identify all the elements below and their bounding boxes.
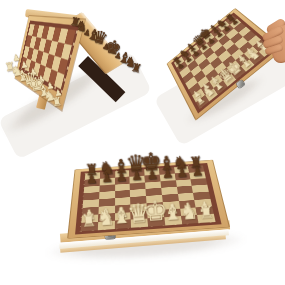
board-square [146, 188, 162, 196]
held-board-view: ♜♞♝♛♚♝♞♜♟♟♟♟♟♟♟♟♟♟♟♟♟♟♟♟♜♞♝♛♚♝♞♜ [140, 0, 285, 125]
hand [240, 14, 285, 69]
folded-board-view: ♜♞♟♝♛♟♚♟♝♞♜ ♟♟♟♟♟♟ ♜♞♝♛♚♝♞♜ [0, 0, 150, 125]
board-square: ♜ [197, 214, 215, 223]
board-square [83, 192, 99, 200]
board-square: ♝ [114, 220, 131, 229]
product-photo-canvas: ♜♞♟♝♛♟♚♟♝♞♜ ♟♟♟♟♟♟ ♜♞♝♛♚♝♞♜ ♜♞♝♛♚♝♞♜♟♟♟♟… [0, 0, 285, 285]
chess-piece-r: ♜ [224, 12, 236, 24]
board-square: ♚ [148, 217, 165, 226]
board-square: ♟ [147, 210, 164, 219]
board-square [115, 190, 131, 198]
chess-board-squares: ♜♞♝♛♚♝♞♜♟♟♟♟♟♟♟♟♟♟♟♟♟♟♟♟♜♞♝♛♚♝♞♜ [81, 165, 216, 231]
chess-piece-b: ♝ [157, 153, 176, 174]
board-square [99, 191, 115, 199]
board-frame: ♜♞♝♛♚♝♞♜♟♟♟♟♟♟♟♟♟♟♟♟♟♟♟♟♜♞♝♛♚♝♞♜ [67, 160, 230, 239]
board-square [82, 207, 99, 216]
board-square: ♞ [181, 215, 199, 224]
board-square: ♝ [164, 216, 182, 225]
board-square: ♜ [81, 222, 98, 231]
chess-piece-r: ♜ [51, 96, 63, 109]
open-chess-board: ♜♞♝♛♚♝♞♜♟♟♟♟♟♟♟♟♟♟♟♟♟♟♟♟♜♞♝♛♚♝♞♜ [67, 160, 230, 239]
board-square: ♛ [131, 219, 148, 228]
chess-piece-n: ♞ [172, 153, 190, 172]
chess-piece-r: ♜ [189, 155, 204, 171]
board-border-band: ♜♞♝♛♚♝♞♜♟♟♟♟♟♟♟♟♟♟♟♟♟♟♟♟♜♞♝♛♚♝♞♜ [75, 163, 221, 234]
chess-piece-b: ♝ [112, 156, 131, 177]
board-square [198, 59, 210, 71]
board-square: ♞ [98, 221, 115, 230]
board-square [176, 186, 193, 194]
chess-piece-n: ♞ [98, 159, 116, 178]
board-square [161, 187, 177, 195]
open-board-view: ♜♞♝♛♚♝♞♜♟♟♟♟♟♟♟♟♟♟♟♟♟♟♟♟♜♞♝♛♚♝♞♜ [0, 118, 285, 285]
chess-piece-r: ♜ [84, 163, 99, 179]
board-square [193, 192, 210, 200]
board-square [115, 183, 130, 191]
board-square [192, 185, 209, 193]
